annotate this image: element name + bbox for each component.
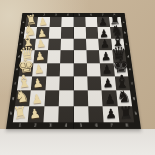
coordinate-label: 8: [118, 122, 134, 129]
coordinate-label: 3: [42, 122, 58, 129]
board-square: [73, 76, 87, 90]
coordinate-label: b: [18, 27, 24, 38]
board-square: [43, 106, 59, 122]
coordinate-label: 8: [108, 13, 120, 17]
board-square: [20, 50, 34, 63]
board-square: [47, 50, 61, 63]
board-square: [85, 27, 98, 38]
board-square: [87, 76, 102, 90]
board-square: [25, 17, 38, 28]
board-square: [73, 91, 88, 106]
board-square: [99, 50, 113, 63]
coordinate-label: e: [13, 63, 20, 76]
board-square: [85, 39, 98, 51]
coordinate-label: a: [120, 17, 126, 28]
board-square: [49, 17, 61, 28]
coordinate-label: b: [121, 27, 127, 38]
board-square: [85, 17, 97, 28]
board-square: [58, 91, 73, 106]
board-square: [86, 63, 100, 76]
board-square: [87, 91, 102, 106]
coordinate-label: 2: [27, 122, 43, 129]
board-square: [45, 76, 60, 90]
board-square: [73, 27, 85, 38]
board-fold-seam: [73, 13, 74, 129]
board-square: [109, 27, 123, 38]
board-square: [46, 63, 60, 76]
board-square: [73, 63, 87, 76]
coordinate-label: f: [128, 76, 135, 90]
board-square: [73, 50, 86, 63]
coordinate-label: 5: [73, 13, 85, 17]
board-square: [97, 17, 110, 28]
board-square: [73, 39, 86, 51]
board-square: [114, 76, 130, 90]
board-square: [32, 63, 47, 76]
board-square: [14, 91, 30, 106]
chessboard: 12345678 12345678 abcdefgh abcdefgh: [6, 13, 141, 129]
coordinate-label: 4: [58, 122, 73, 129]
board-square: [61, 17, 73, 28]
board-square: [22, 39, 36, 51]
coordinate-label: d: [15, 50, 22, 63]
coordinate-label: c: [123, 39, 130, 51]
board-square: [33, 50, 47, 63]
board-square: [117, 106, 134, 122]
board-square: [73, 106, 88, 122]
board-square: [115, 91, 131, 106]
board-square: [88, 106, 104, 122]
board-square: [60, 39, 73, 51]
board-square: [100, 76, 115, 90]
coordinate-label: 7: [96, 13, 108, 17]
coordinate-label: 6: [88, 122, 104, 129]
board-square: [58, 106, 73, 122]
board-square: [23, 27, 37, 38]
coordinate-label: a: [20, 17, 26, 28]
board-square: [60, 50, 73, 63]
board-square: [47, 39, 60, 51]
coordinate-label: 1: [12, 122, 28, 129]
board-square: [59, 63, 73, 76]
board-square: [44, 91, 59, 106]
board-square: [28, 106, 44, 122]
board-square: [36, 27, 49, 38]
board-square: [16, 76, 32, 90]
board-square: [73, 17, 85, 28]
coordinate-label: 1: [26, 13, 38, 17]
board-square: [29, 91, 45, 106]
table-front-edge: [0, 129, 155, 155]
coordinate-label: 3: [49, 13, 61, 17]
board-square: [110, 39, 124, 51]
board-square: [99, 63, 114, 76]
coordinate-label: e: [126, 63, 133, 76]
board-square: [12, 106, 29, 122]
coords-top: 12345678: [26, 13, 120, 17]
coordinate-label: 7: [103, 122, 119, 129]
board-square: [34, 39, 48, 51]
board-square: [113, 63, 128, 76]
coordinate-label: 2: [38, 13, 50, 17]
coords-bottom: 12345678: [12, 122, 135, 129]
board-square: [112, 50, 126, 63]
board-square: [61, 27, 73, 38]
board-square: [101, 91, 117, 106]
board-square: [98, 39, 112, 51]
board-square: [86, 50, 100, 63]
coordinate-label: c: [17, 39, 24, 51]
board-square: [37, 17, 50, 28]
board-square: [97, 27, 110, 38]
board-square: [48, 27, 61, 38]
board-square: [59, 76, 73, 90]
coordinate-label: d: [124, 50, 131, 63]
coordinate-label: 5: [73, 122, 88, 129]
board-square: [18, 63, 33, 76]
coordinate-label: 4: [61, 13, 73, 17]
coordinate-label: f: [11, 76, 18, 90]
board-square: [108, 17, 121, 28]
board-square: [102, 106, 118, 122]
board-square: [31, 76, 46, 90]
coordinate-label: 6: [85, 13, 97, 17]
